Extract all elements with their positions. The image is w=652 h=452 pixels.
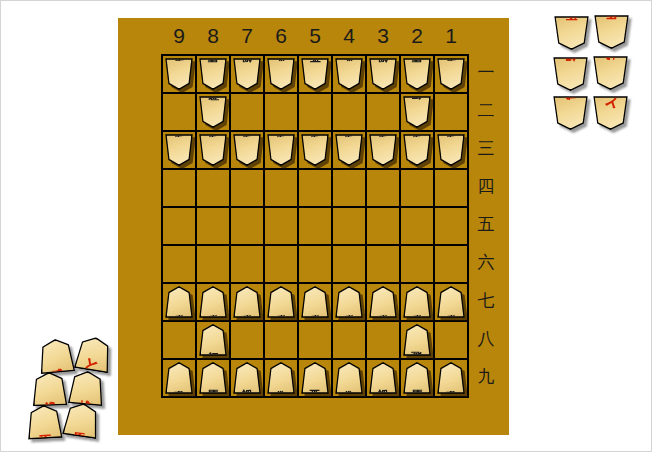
board-cell-36[interactable]	[367, 246, 399, 282]
shogi-board: 987654321 香車桂馬銀将金将王将金将銀将桂馬香車飛車角行歩兵歩兵歩兵歩兵…	[118, 18, 509, 435]
board-cell-94[interactable]	[163, 170, 195, 206]
board-cell-65[interactable]	[265, 208, 297, 244]
rank-label-9: 九	[472, 358, 500, 394]
piece-kanji: と	[602, 101, 620, 122]
shogi-piece-knight-gote[interactable]: 桂馬	[199, 58, 227, 90]
board-cell-26[interactable]	[401, 246, 433, 282]
board-cell-13[interactable]: 歩兵	[435, 132, 467, 168]
board-cell-47[interactable]: 歩兵	[333, 284, 365, 320]
board-cell-24[interactable]	[401, 170, 433, 206]
board-cell-85[interactable]	[197, 208, 229, 244]
file-label-3: 3	[367, 22, 399, 50]
board-cell-28[interactable]: 飛車	[401, 322, 433, 358]
shogi-piece-pawn-gote[interactable]: 歩兵	[437, 134, 465, 166]
board-cell-53[interactable]: 歩兵	[299, 132, 331, 168]
shogi-piece-pawn-gote[interactable]: 歩兵	[369, 134, 397, 166]
shogi-piece-silver-general-gote[interactable]: 銀将	[369, 58, 397, 90]
shogi-piece-pawn-gote[interactable]: 歩兵	[301, 134, 329, 166]
shogi-piece-pawn-gote[interactable]: 歩兵	[199, 134, 227, 166]
board-cell-73[interactable]: 歩兵	[231, 132, 263, 168]
rank-label-8: 八	[472, 320, 500, 356]
board-cell-82[interactable]: 飛車	[197, 94, 229, 130]
board-cell-17[interactable]: 歩兵	[435, 284, 467, 320]
piece-kanji: と	[83, 344, 104, 367]
shogi-piece-knight-gote[interactable]: 桂馬	[403, 58, 431, 90]
board-cell-88[interactable]: 角行	[197, 322, 229, 358]
shogi-piece-pawn-sente[interactable]: 歩兵	[165, 286, 193, 318]
shogi-piece-knight-sente[interactable]: 桂馬	[403, 362, 431, 394]
shogi-piece-rook-gote[interactable]: 飛車	[199, 96, 227, 128]
board-cell-44[interactable]	[333, 170, 365, 206]
board-cell-38[interactable]	[367, 322, 399, 358]
board-cell-12[interactable]	[435, 94, 467, 130]
board-cell-19[interactable]: 香車	[435, 360, 467, 396]
file-label-8: 8	[197, 22, 229, 50]
board-cell-79[interactable]: 銀将	[231, 360, 263, 396]
shogi-piece-promoted-lance-gote[interactable]: 成香	[553, 96, 588, 130]
rank-label-3: 三	[472, 130, 500, 166]
board-cell-67[interactable]: 歩兵	[265, 284, 297, 320]
board-cell-35[interactable]	[367, 208, 399, 244]
file-label-6: 6	[265, 22, 297, 50]
shogi-piece-bishop-sente[interactable]: 角行	[199, 324, 227, 356]
shogi-piece-lance-gote[interactable]: 香車	[437, 58, 465, 90]
shogi-piece-rook-sente[interactable]: 飛車	[403, 324, 431, 356]
rank-label-7: 七	[472, 282, 500, 318]
board-cell-56[interactable]	[299, 246, 331, 282]
board-cell-71[interactable]: 銀将	[231, 56, 263, 92]
file-number-labels: 987654321	[163, 22, 467, 50]
board-cell-43[interactable]: 歩兵	[333, 132, 365, 168]
board-cell-55[interactable]	[299, 208, 331, 244]
shogi-piece-pawn-gote[interactable]: 歩兵	[403, 134, 431, 166]
board-cell-48[interactable]	[333, 322, 365, 358]
board-cell-34[interactable]	[367, 170, 399, 206]
shogi-board-grid: 香車桂馬銀将金将王将金将銀将桂馬香車飛車角行歩兵歩兵歩兵歩兵歩兵歩兵歩兵歩兵歩兵…	[161, 54, 469, 398]
board-cell-27[interactable]: 歩兵	[401, 284, 433, 320]
board-cell-45[interactable]	[333, 208, 365, 244]
board-cell-93[interactable]: 歩兵	[163, 132, 195, 168]
board-cell-58[interactable]	[299, 322, 331, 358]
shogi-piece-dragon-king-sente[interactable]: 龍王	[27, 405, 62, 439]
board-cell-68[interactable]	[265, 322, 297, 358]
file-label-2: 2	[401, 22, 433, 50]
file-label-7: 7	[231, 22, 263, 50]
board-cell-78[interactable]	[231, 322, 263, 358]
board-cell-32[interactable]	[367, 94, 399, 130]
rank-label-6: 六	[472, 244, 500, 280]
shogi-piece-promoted-knight-gote[interactable]: 成桂	[593, 56, 628, 90]
piece-kanji: 龍馬	[75, 421, 88, 423]
board-cell-84[interactable]	[197, 170, 229, 206]
shogi-piece-pawn-gote[interactable]: 歩兵	[267, 134, 295, 166]
board-cell-69[interactable]: 金将	[265, 360, 297, 396]
file-label-1: 1	[435, 22, 467, 50]
board-cell-52[interactable]	[299, 94, 331, 130]
shogi-piece-gold-general-sente[interactable]: 金将	[335, 362, 363, 394]
board-cell-18[interactable]	[435, 322, 467, 358]
board-cell-95[interactable]	[163, 208, 195, 244]
shogi-piece-gold-general-gote[interactable]: 金将	[335, 58, 363, 90]
shogi-piece-promoted-silver-gote[interactable]: 成銀	[553, 57, 588, 91]
rank-label-5: 五	[472, 206, 500, 242]
board-cell-57[interactable]: 歩兵	[299, 284, 331, 320]
shogi-piece-gold-general-gote[interactable]: 金将	[267, 58, 295, 90]
board-cell-98[interactable]	[163, 322, 195, 358]
shogi-piece-king-osho-gote[interactable]: 王将	[301, 58, 329, 90]
board-cell-97[interactable]: 歩兵	[163, 284, 195, 320]
shogi-piece-promoted-knight-sente[interactable]: 成桂	[69, 371, 104, 405]
shogi-piece-pawn-gote[interactable]: 歩兵	[165, 134, 193, 166]
shogi-piece-pawn-sente[interactable]: 歩兵	[403, 286, 431, 318]
shogi-piece-pawn-gote[interactable]: 歩兵	[335, 134, 363, 166]
board-cell-77[interactable]: 歩兵	[231, 284, 263, 320]
board-cell-59[interactable]: 玉将	[299, 360, 331, 396]
shogi-piece-pawn-sente[interactable]: 歩兵	[369, 286, 397, 318]
board-cell-64[interactable]	[265, 170, 297, 206]
board-cell-81[interactable]: 桂馬	[197, 56, 229, 92]
shogi-piece-lance-sente[interactable]: 香車	[437, 362, 465, 394]
shogi-piece-promoted-lance-sente[interactable]: 成香	[39, 339, 74, 373]
piece-kanji: 成桂	[80, 389, 93, 390]
shogi-piece-lance-sente[interactable]: 香車	[165, 362, 193, 394]
board-cell-92[interactable]	[163, 94, 195, 130]
shogi-piece-silver-general-sente[interactable]: 銀将	[369, 362, 397, 394]
board-cell-54[interactable]	[299, 170, 331, 206]
board-cell-14[interactable]	[435, 170, 467, 206]
file-label-5: 5	[299, 22, 331, 50]
shogi-piece-bishop-gote[interactable]: 角行	[403, 96, 431, 128]
board-cell-29[interactable]: 桂馬	[401, 360, 433, 396]
board-cell-74[interactable]	[231, 170, 263, 206]
board-cell-87[interactable]: 歩兵	[197, 284, 229, 320]
board-cell-49[interactable]: 金将	[333, 360, 365, 396]
board-cell-25[interactable]	[401, 208, 433, 244]
shogi-piece-promoted-silver-sente[interactable]: 成銀	[32, 372, 67, 406]
shogi-piece-silver-general-sente[interactable]: 銀将	[233, 362, 261, 394]
shogi-piece-dragon-horse-gote[interactable]: 龍馬	[594, 15, 629, 49]
board-cell-72[interactable]	[231, 94, 263, 130]
board-cell-76[interactable]	[231, 246, 263, 282]
rank-kanji-labels: 一二三四五六七八九	[472, 54, 500, 394]
rank-label-4: 四	[472, 168, 500, 204]
shogi-piece-pawn-gote[interactable]: 歩兵	[233, 134, 261, 166]
board-cell-22[interactable]: 角行	[401, 94, 433, 130]
shogi-piece-silver-general-gote[interactable]: 銀将	[233, 58, 261, 90]
shogi-piece-dragon-horse-sente[interactable]: 龍馬	[64, 403, 99, 437]
board-cell-61[interactable]: 金将	[265, 56, 297, 92]
board-cell-62[interactable]	[265, 94, 297, 130]
board-cell-23[interactable]: 歩兵	[401, 132, 433, 168]
file-label-4: 4	[333, 22, 365, 50]
board-cell-66[interactable]	[265, 246, 297, 282]
shogi-piece-pawn-sente[interactable]: 歩兵	[335, 286, 363, 318]
board-cell-15[interactable]	[435, 208, 467, 244]
shogi-piece-king-gyokusho-sente[interactable]: 玉将	[301, 362, 329, 394]
shogi-piece-dragon-king-gote[interactable]: 龍王	[554, 16, 589, 50]
board-cell-11[interactable]: 香車	[435, 56, 467, 92]
shogi-piece-gold-general-sente[interactable]: 金将	[267, 362, 295, 394]
board-cell-51[interactable]: 王将	[299, 56, 331, 92]
board-cell-16[interactable]	[435, 246, 467, 282]
board-cell-91[interactable]: 香車	[163, 56, 195, 92]
board-cell-33[interactable]: 歩兵	[367, 132, 399, 168]
shogi-piece-pawn-sente[interactable]: 歩兵	[199, 286, 227, 318]
board-cell-42[interactable]	[333, 94, 365, 130]
board-cell-89[interactable]: 桂馬	[197, 360, 229, 396]
board-cell-99[interactable]: 香車	[163, 360, 195, 396]
board-cell-41[interactable]: 金将	[333, 56, 365, 92]
piece-kanji: 龍王	[38, 423, 51, 424]
board-cell-86[interactable]	[197, 246, 229, 282]
board-cell-21[interactable]: 桂馬	[401, 56, 433, 92]
shogi-piece-pawn-sente[interactable]: 歩兵	[267, 286, 295, 318]
rank-label-1: 一	[472, 54, 500, 90]
shogi-diagram: { "game": "shogi", "position": "lnsgkgsn…	[0, 0, 652, 452]
file-label-9: 9	[163, 22, 195, 50]
board-cell-37[interactable]: 歩兵	[367, 284, 399, 320]
shogi-piece-pawn-sente[interactable]: 歩兵	[233, 286, 261, 318]
shogi-piece-knight-sente[interactable]: 桂馬	[199, 362, 227, 394]
shogi-piece-pawn-sente[interactable]: 歩兵	[301, 286, 329, 318]
board-cell-63[interactable]: 歩兵	[265, 132, 297, 168]
shogi-piece-tokin-gote[interactable]: と	[593, 96, 628, 130]
rank-label-2: 二	[472, 92, 500, 128]
shogi-piece-lance-gote[interactable]: 香車	[165, 58, 193, 90]
piece-kanji: 成香	[50, 357, 63, 358]
board-cell-31[interactable]: 銀将	[367, 56, 399, 92]
board-cell-96[interactable]	[163, 246, 195, 282]
board-cell-39[interactable]: 銀将	[367, 360, 399, 396]
board-cell-75[interactable]	[231, 208, 263, 244]
shogi-piece-pawn-sente[interactable]: 歩兵	[437, 286, 465, 318]
board-cell-46[interactable]	[333, 246, 365, 282]
board-cell-83[interactable]: 歩兵	[197, 132, 229, 168]
shogi-piece-tokin-sente[interactable]: と	[76, 337, 111, 371]
